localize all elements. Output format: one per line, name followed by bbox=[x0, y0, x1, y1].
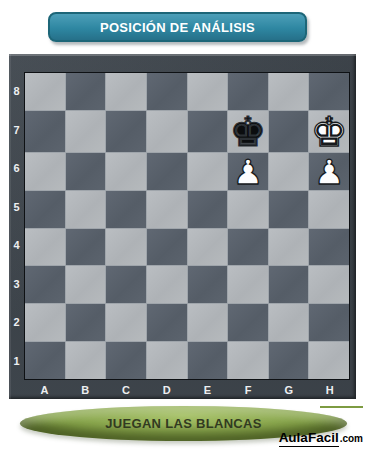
square-h7: ♚ bbox=[309, 111, 349, 152]
white-king: ♚ bbox=[311, 112, 348, 153]
rank-label-3: 3 bbox=[9, 265, 24, 304]
square-e8 bbox=[188, 73, 228, 110]
square-f3 bbox=[228, 266, 268, 303]
square-b6 bbox=[66, 153, 106, 190]
square-c4 bbox=[106, 229, 146, 266]
square-e7 bbox=[188, 111, 228, 152]
board-squares: ♚♚♟♟ bbox=[24, 72, 350, 380]
square-d5 bbox=[147, 191, 187, 228]
square-b5 bbox=[66, 191, 106, 228]
square-e4 bbox=[188, 229, 228, 266]
square-e5 bbox=[188, 191, 228, 228]
white-pawn: ♟ bbox=[314, 155, 344, 189]
square-d2 bbox=[147, 304, 187, 341]
square-f1 bbox=[228, 342, 268, 379]
square-b8 bbox=[66, 73, 106, 110]
chess-lesson-graphic: POSICIÓN DE ANÁLISIS 87654321 ♚♚♟♟ ABCDE… bbox=[0, 0, 367, 449]
square-h2 bbox=[309, 304, 349, 341]
square-h5 bbox=[309, 191, 349, 228]
square-e1 bbox=[188, 342, 228, 379]
square-g3 bbox=[269, 266, 309, 303]
square-b4 bbox=[66, 229, 106, 266]
square-f4 bbox=[228, 229, 268, 266]
square-g6 bbox=[269, 153, 309, 190]
square-a8 bbox=[25, 73, 65, 110]
square-e2 bbox=[188, 304, 228, 341]
white-pawn: ♟ bbox=[233, 155, 263, 189]
square-f7: ♚ bbox=[228, 111, 268, 152]
square-h6: ♟ bbox=[309, 153, 349, 190]
credit-watermark: AulaFacil.com bbox=[279, 431, 363, 447]
square-d7 bbox=[147, 111, 187, 152]
square-d4 bbox=[147, 229, 187, 266]
square-h4 bbox=[309, 229, 349, 266]
square-a5 bbox=[25, 191, 65, 228]
file-label-b: B bbox=[65, 380, 106, 399]
analysis-banner-label: POSICIÓN DE ANÁLISIS bbox=[100, 20, 255, 35]
credit-name: AulaFacil bbox=[279, 431, 339, 447]
file-labels: ABCDEFGH bbox=[24, 380, 350, 399]
square-e6 bbox=[188, 153, 228, 190]
square-f5 bbox=[228, 191, 268, 228]
square-g2 bbox=[269, 304, 309, 341]
file-label-e: E bbox=[187, 380, 228, 399]
square-b3 bbox=[66, 266, 106, 303]
square-g5 bbox=[269, 191, 309, 228]
square-a2 bbox=[25, 304, 65, 341]
black-king: ♚ bbox=[230, 112, 267, 153]
square-g4 bbox=[269, 229, 309, 266]
square-c1 bbox=[106, 342, 146, 379]
square-b1 bbox=[66, 342, 106, 379]
square-h8 bbox=[309, 73, 349, 110]
square-d1 bbox=[147, 342, 187, 379]
analysis-banner: POSICIÓN DE ANÁLISIS bbox=[48, 12, 307, 42]
square-d3 bbox=[147, 266, 187, 303]
square-f8 bbox=[228, 73, 268, 110]
rank-labels: 87654321 bbox=[9, 72, 24, 380]
square-c3 bbox=[106, 266, 146, 303]
file-label-g: G bbox=[269, 380, 310, 399]
square-a3 bbox=[25, 266, 65, 303]
file-label-f: F bbox=[228, 380, 269, 399]
square-a6 bbox=[25, 153, 65, 190]
file-label-c: C bbox=[106, 380, 147, 399]
square-e3 bbox=[188, 266, 228, 303]
square-a1 bbox=[25, 342, 65, 379]
square-c2 bbox=[106, 304, 146, 341]
file-label-a: A bbox=[24, 380, 65, 399]
square-h3 bbox=[309, 266, 349, 303]
square-a4 bbox=[25, 229, 65, 266]
rank-label-1: 1 bbox=[9, 342, 24, 381]
rank-label-5: 5 bbox=[9, 188, 24, 227]
square-d6 bbox=[147, 153, 187, 190]
banner-tail-line bbox=[320, 406, 363, 408]
square-g8 bbox=[269, 73, 309, 110]
turn-banner-label: JUEGAN LAS BLANCAS bbox=[105, 416, 261, 431]
square-g7 bbox=[269, 111, 309, 152]
rank-label-8: 8 bbox=[9, 72, 24, 111]
square-g1 bbox=[269, 342, 309, 379]
square-c5 bbox=[106, 191, 146, 228]
file-label-d: D bbox=[146, 380, 187, 399]
credit-tld: .com bbox=[340, 433, 363, 444]
square-c8 bbox=[106, 73, 146, 110]
square-f2 bbox=[228, 304, 268, 341]
rank-label-4: 4 bbox=[9, 226, 24, 265]
square-b2 bbox=[66, 304, 106, 341]
square-c6 bbox=[106, 153, 146, 190]
chess-board: 87654321 ♚♚♟♟ ABCDEFGH bbox=[9, 54, 356, 399]
square-a7 bbox=[25, 111, 65, 152]
square-h1 bbox=[309, 342, 349, 379]
rank-label-6: 6 bbox=[9, 149, 24, 188]
square-f6: ♟ bbox=[228, 153, 268, 190]
square-c7 bbox=[106, 111, 146, 152]
file-label-h: H bbox=[309, 380, 350, 399]
rank-label-7: 7 bbox=[9, 111, 24, 150]
rank-label-2: 2 bbox=[9, 303, 24, 342]
square-b7 bbox=[66, 111, 106, 152]
square-d8 bbox=[147, 73, 187, 110]
